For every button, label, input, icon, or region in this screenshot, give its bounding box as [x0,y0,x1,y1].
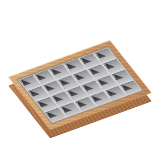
divider-shadow-triangle [112,72,124,80]
divider-shadow-triangle [50,67,62,75]
divider-shadow-triangle [76,99,88,107]
divider-shadow-triangle [20,78,32,86]
divider-shadow-triangle [65,61,77,69]
divider-shadow-triangle [28,89,40,97]
divider-shadow-triangle [97,77,109,85]
divider-shadow-triangle [45,110,57,118]
divider-shadow-triangle [121,83,133,91]
divider-shadow-triangle [35,72,47,80]
divider-shadow-triangle [37,99,49,107]
divider-shadow-triangle [58,78,70,86]
divider-shadow-triangle [106,88,118,96]
divider-shadow-triangle [60,105,72,113]
divider-shadow-triangle [95,50,107,58]
divider-shadow-triangle [67,88,79,96]
divider-shadow-triangle [82,83,94,91]
tray-wood-top-face [8,40,152,130]
product-photo-scene [0,0,160,160]
divider-shadow-triangle [104,61,116,69]
divider-shadow-triangle [43,83,55,91]
divider-shadow-triangle [88,67,100,75]
divider-shadow-triangle [52,94,64,102]
divider-shadow-triangle [80,56,92,64]
divider-shadow-triangle [73,72,85,80]
divider-shadow-triangle [91,94,103,102]
tray-fabric-well [16,46,144,124]
